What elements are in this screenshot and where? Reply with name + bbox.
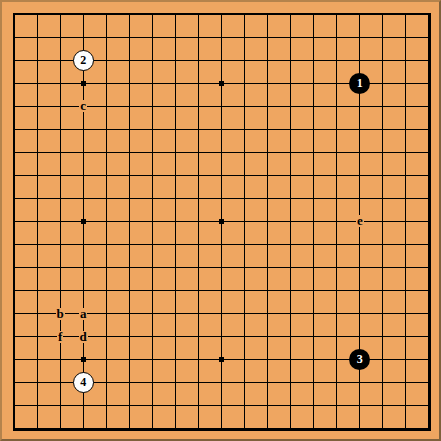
board-point (348, 118, 371, 141)
board-point (233, 141, 256, 164)
point-label-c: c (79, 100, 87, 112)
board-point (210, 394, 233, 417)
board-point (95, 233, 118, 256)
board-point (394, 279, 417, 302)
board-point (3, 3, 26, 26)
board-point (233, 256, 256, 279)
board-point (164, 118, 187, 141)
board-point (187, 187, 210, 210)
board-point (95, 95, 118, 118)
board-point (302, 417, 325, 440)
board-point (164, 95, 187, 118)
board-point (325, 26, 348, 49)
board-point (141, 371, 164, 394)
board-point (72, 279, 95, 302)
board-point (49, 417, 72, 440)
board-point (26, 49, 49, 72)
board-point (256, 141, 279, 164)
board-point (49, 26, 72, 49)
board-point (233, 302, 256, 325)
board-point (49, 164, 72, 187)
board-point (371, 394, 394, 417)
board-point (371, 348, 394, 371)
board-point (371, 256, 394, 279)
board-point (141, 325, 164, 348)
board-point (95, 371, 118, 394)
board-point (279, 95, 302, 118)
board-point (26, 210, 49, 233)
board-point (348, 394, 371, 417)
board-point (348, 187, 371, 210)
board-point (72, 164, 95, 187)
board-point (95, 394, 118, 417)
board-point (164, 348, 187, 371)
board-point (417, 348, 440, 371)
board-point (118, 187, 141, 210)
board-point (279, 394, 302, 417)
board-point (302, 302, 325, 325)
board-point (417, 3, 440, 26)
board-point (26, 3, 49, 26)
board-point (325, 49, 348, 72)
board-point (279, 325, 302, 348)
board-point: e (348, 210, 371, 233)
board-point (302, 118, 325, 141)
board-point (394, 187, 417, 210)
board-point (49, 394, 72, 417)
board-point (417, 233, 440, 256)
board-point (141, 256, 164, 279)
board-point (371, 49, 394, 72)
board-point (279, 187, 302, 210)
board-point (233, 164, 256, 187)
board-point (164, 302, 187, 325)
board-point (417, 187, 440, 210)
board-point (348, 417, 371, 440)
board-point (417, 49, 440, 72)
star-point (219, 357, 224, 362)
board-point (26, 394, 49, 417)
board-point (325, 256, 348, 279)
board-point (3, 325, 26, 348)
board-point (417, 210, 440, 233)
board-point (187, 3, 210, 26)
point-label-d: d (79, 331, 88, 343)
board-point (348, 279, 371, 302)
board-point (26, 279, 49, 302)
board-point (187, 417, 210, 440)
board-point (256, 164, 279, 187)
board-point (95, 210, 118, 233)
board-point (118, 325, 141, 348)
board-point (164, 394, 187, 417)
board-point (325, 233, 348, 256)
board-point (256, 394, 279, 417)
board-point (417, 325, 440, 348)
board-point (210, 325, 233, 348)
board-point (164, 164, 187, 187)
board-point (95, 417, 118, 440)
board-point (371, 118, 394, 141)
board-point (348, 164, 371, 187)
board-point (164, 26, 187, 49)
board-point (26, 325, 49, 348)
board-point (95, 325, 118, 348)
board-point (279, 279, 302, 302)
board-point (371, 371, 394, 394)
board-point (141, 3, 164, 26)
board-point (3, 302, 26, 325)
board-point (26, 118, 49, 141)
board-point (417, 417, 440, 440)
board-point (233, 187, 256, 210)
board-point (26, 371, 49, 394)
board-point (118, 394, 141, 417)
board-point (256, 325, 279, 348)
board-point (3, 95, 26, 118)
board-point (72, 72, 95, 95)
board-point (72, 141, 95, 164)
board-point (187, 49, 210, 72)
board-point (164, 371, 187, 394)
board-point (3, 371, 26, 394)
board-point (302, 233, 325, 256)
board-point (279, 3, 302, 26)
board-point (210, 348, 233, 371)
board-point (348, 371, 371, 394)
board-point (417, 141, 440, 164)
board-point (118, 49, 141, 72)
board-point (371, 417, 394, 440)
board-point (394, 233, 417, 256)
board-point (325, 164, 348, 187)
board-point (233, 417, 256, 440)
board-point (394, 210, 417, 233)
board-point (26, 417, 49, 440)
board-point (394, 371, 417, 394)
board-point (348, 325, 371, 348)
board-point (279, 26, 302, 49)
board-point (302, 141, 325, 164)
board-point (3, 394, 26, 417)
board-point (256, 210, 279, 233)
board-point (141, 302, 164, 325)
board-point (72, 233, 95, 256)
board-point (348, 233, 371, 256)
board-point (325, 95, 348, 118)
board-point (256, 417, 279, 440)
board-point (141, 49, 164, 72)
board-point (279, 348, 302, 371)
board-point (256, 118, 279, 141)
board-point (325, 371, 348, 394)
board-point (210, 187, 233, 210)
board-point (371, 164, 394, 187)
board-point (394, 72, 417, 95)
board-point (141, 72, 164, 95)
board-point (95, 187, 118, 210)
board-point (417, 72, 440, 95)
board-point (49, 187, 72, 210)
board-point (325, 417, 348, 440)
board-point: a (72, 302, 95, 325)
board-point (118, 3, 141, 26)
board-point (26, 141, 49, 164)
board-point (95, 164, 118, 187)
board-point (164, 187, 187, 210)
board-point (164, 233, 187, 256)
board-point (394, 3, 417, 26)
board-point (3, 348, 26, 371)
board-point (187, 141, 210, 164)
board-point (95, 3, 118, 26)
board-point (371, 187, 394, 210)
board-point (187, 394, 210, 417)
board-point (279, 141, 302, 164)
board-point (49, 141, 72, 164)
board-point (279, 49, 302, 72)
board-point (118, 164, 141, 187)
board-point (26, 187, 49, 210)
board-point: d (72, 325, 95, 348)
board-point (164, 325, 187, 348)
board-point (279, 371, 302, 394)
board-point (371, 302, 394, 325)
board-point (26, 72, 49, 95)
board-point (187, 302, 210, 325)
board-point (49, 49, 72, 72)
board-point (187, 26, 210, 49)
board-point (187, 325, 210, 348)
board-point (325, 118, 348, 141)
board-point (233, 348, 256, 371)
board-point (3, 256, 26, 279)
board-point (210, 233, 233, 256)
board-point (118, 256, 141, 279)
board-point (256, 26, 279, 49)
board-point (394, 118, 417, 141)
board-point (164, 279, 187, 302)
board-point (141, 26, 164, 49)
board-point (3, 26, 26, 49)
board-point (256, 95, 279, 118)
board-point (325, 279, 348, 302)
board-point (118, 95, 141, 118)
board-point (348, 95, 371, 118)
board-point (256, 302, 279, 325)
board-point (325, 3, 348, 26)
board-point (3, 49, 26, 72)
board-point (348, 26, 371, 49)
go-board: 21cebafd34 (3, 3, 441, 441)
board-point (118, 26, 141, 49)
board-point (394, 95, 417, 118)
board-point (417, 26, 440, 49)
white-stone-4: 4 (73, 372, 94, 393)
board-point (187, 72, 210, 95)
board-point (394, 26, 417, 49)
board-point (417, 279, 440, 302)
board-point (233, 371, 256, 394)
board-point (141, 210, 164, 233)
board-point (417, 256, 440, 279)
board-point (164, 256, 187, 279)
board-point (394, 302, 417, 325)
board-point (394, 256, 417, 279)
board-point (394, 417, 417, 440)
board-point (325, 187, 348, 210)
board-point (302, 26, 325, 49)
board-point (210, 95, 233, 118)
board-point (325, 141, 348, 164)
board-point (141, 187, 164, 210)
board-point (302, 164, 325, 187)
board-point (164, 417, 187, 440)
board-point (210, 141, 233, 164)
board-point (164, 49, 187, 72)
board-point (394, 348, 417, 371)
board-point (210, 49, 233, 72)
board-point (302, 95, 325, 118)
board-point (141, 394, 164, 417)
board-point (49, 95, 72, 118)
board-point: c (72, 95, 95, 118)
board-point (302, 279, 325, 302)
board-point (95, 256, 118, 279)
board-point (233, 325, 256, 348)
star-point (81, 81, 86, 86)
board-point (187, 210, 210, 233)
board-point (417, 118, 440, 141)
board-point (141, 118, 164, 141)
board-point (72, 210, 95, 233)
board-point (348, 49, 371, 72)
board-point (256, 3, 279, 26)
board-point (72, 417, 95, 440)
board-point (256, 72, 279, 95)
point-label-b: b (56, 308, 65, 320)
board-point (210, 164, 233, 187)
board-point (256, 279, 279, 302)
board-point (256, 256, 279, 279)
board-point (49, 72, 72, 95)
board-point (187, 348, 210, 371)
board-point (95, 26, 118, 49)
board-point (256, 348, 279, 371)
board-point (325, 210, 348, 233)
board-point (141, 417, 164, 440)
star-point (81, 357, 86, 362)
board-point (118, 371, 141, 394)
board-point (233, 72, 256, 95)
board-point (49, 256, 72, 279)
board-point (3, 118, 26, 141)
board-point (371, 210, 394, 233)
board-point (417, 394, 440, 417)
board-point (394, 394, 417, 417)
board-point (325, 348, 348, 371)
board-point (187, 371, 210, 394)
board-point (325, 302, 348, 325)
board-point (118, 279, 141, 302)
board-point (348, 3, 371, 26)
board-point (95, 279, 118, 302)
board-point (279, 302, 302, 325)
board-point (3, 233, 26, 256)
board-point (302, 371, 325, 394)
board-point (141, 233, 164, 256)
board-point (141, 95, 164, 118)
board-point (118, 72, 141, 95)
board-point (95, 348, 118, 371)
board-point (371, 279, 394, 302)
board-point (72, 394, 95, 417)
white-stone-2: 2 (73, 50, 94, 71)
board-point (233, 233, 256, 256)
board-point (95, 302, 118, 325)
board-point (256, 187, 279, 210)
board-point (325, 394, 348, 417)
board-point (164, 3, 187, 26)
board-point (141, 279, 164, 302)
board-point (302, 72, 325, 95)
board-point (279, 417, 302, 440)
board-point (49, 279, 72, 302)
board-point (187, 118, 210, 141)
board-point (210, 279, 233, 302)
board-point (279, 118, 302, 141)
board-point (302, 187, 325, 210)
board-point: 1 (348, 72, 371, 95)
board-point (95, 141, 118, 164)
board-point (26, 256, 49, 279)
board-point: b (49, 302, 72, 325)
board-point (187, 233, 210, 256)
board-point (26, 302, 49, 325)
board-point (417, 164, 440, 187)
board-point (141, 141, 164, 164)
board-point (371, 141, 394, 164)
board-point (187, 279, 210, 302)
board-point (26, 26, 49, 49)
board-point (394, 141, 417, 164)
board-point (302, 3, 325, 26)
board-point (95, 72, 118, 95)
board-point (210, 26, 233, 49)
board-point (256, 233, 279, 256)
board-point (187, 164, 210, 187)
board-point (348, 302, 371, 325)
board-point (3, 417, 26, 440)
board-point (3, 141, 26, 164)
board-point (302, 256, 325, 279)
board-point (3, 279, 26, 302)
star-point (219, 219, 224, 224)
board-point (371, 72, 394, 95)
board-point (210, 302, 233, 325)
board-point (394, 49, 417, 72)
board-point (256, 371, 279, 394)
board-point (302, 49, 325, 72)
board-point (118, 302, 141, 325)
board-point (72, 118, 95, 141)
board-point (233, 210, 256, 233)
board-point (3, 210, 26, 233)
board-point (72, 187, 95, 210)
board-point (26, 348, 49, 371)
black-stone-3: 3 (349, 349, 370, 370)
board-point (325, 325, 348, 348)
